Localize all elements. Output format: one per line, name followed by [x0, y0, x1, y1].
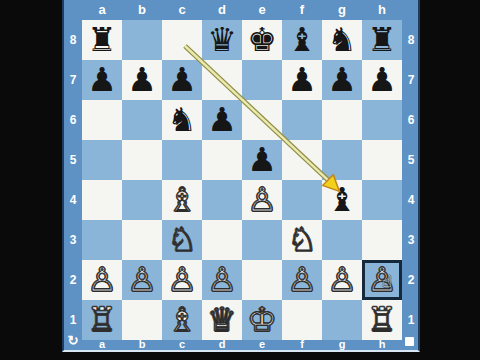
black-pawn: ♟	[282, 60, 322, 100]
square-c8[interactable]	[162, 20, 202, 60]
file-label-e: e	[242, 0, 282, 20]
black-rook: ♜	[362, 20, 402, 60]
white-knight: ♘	[162, 220, 202, 260]
square-c2[interactable]: ♙	[162, 260, 202, 300]
square-g8[interactable]: ♞	[322, 20, 362, 60]
square-d2[interactable]: ♙	[202, 260, 242, 300]
black-bishop: ♝	[322, 180, 362, 220]
square-b6[interactable]	[122, 100, 162, 140]
black-queen: ♛	[202, 20, 242, 60]
square-e1[interactable]: ♔	[242, 300, 282, 340]
square-d8[interactable]: ♛	[202, 20, 242, 60]
square-c5[interactable]	[162, 140, 202, 180]
white-bishop: ♗	[162, 300, 202, 340]
square-h4[interactable]	[362, 180, 402, 220]
white-queen: ♕	[202, 300, 242, 340]
square-c6[interactable]: ♞	[162, 100, 202, 140]
square-e6[interactable]	[242, 100, 282, 140]
file-label-f: f	[282, 0, 322, 20]
white-rook: ♖	[362, 300, 402, 340]
black-pawn: ♟	[322, 60, 362, 100]
square-g5[interactable]	[322, 140, 362, 180]
rank-label-3: 3	[64, 220, 82, 260]
square-g4[interactable]: ♝	[322, 180, 362, 220]
square-f3[interactable]: ♘	[282, 220, 322, 260]
white-pawn: ♙	[282, 260, 322, 300]
square-c4[interactable]: ♗	[162, 180, 202, 220]
white-bishop: ♗	[162, 180, 202, 220]
rank-label-2: 2	[64, 260, 82, 300]
square-c3[interactable]: ♘	[162, 220, 202, 260]
rank-label-4: 4	[64, 180, 82, 220]
white-knight: ♘	[282, 220, 322, 260]
square-g3[interactable]	[322, 220, 362, 260]
square-e3[interactable]	[242, 220, 282, 260]
square-f1[interactable]	[282, 300, 322, 340]
square-d3[interactable]	[202, 220, 242, 260]
square-f7[interactable]: ♟	[282, 60, 322, 100]
white-rook: ♖	[82, 300, 122, 340]
white-pawn: ♙	[162, 260, 202, 300]
square-a4[interactable]	[82, 180, 122, 220]
black-pawn: ♟	[162, 60, 202, 100]
square-f5[interactable]	[282, 140, 322, 180]
square-g1[interactable]	[322, 300, 362, 340]
square-a8[interactable]: ♜	[82, 20, 122, 60]
rank-label-6: 6	[402, 100, 420, 140]
black-knight: ♞	[322, 20, 362, 60]
rank-label-3: 3	[402, 220, 420, 260]
rank-label-2: 2	[402, 260, 420, 300]
square-e4[interactable]: ♙	[242, 180, 282, 220]
black-pawn: ♟	[242, 140, 282, 180]
black-pawn: ♟	[202, 100, 242, 140]
square-d4[interactable]	[202, 180, 242, 220]
white-pawn: ♙	[242, 180, 282, 220]
rank-label-7: 7	[402, 60, 420, 100]
flip-board-icon[interactable]: ↻	[64, 334, 82, 348]
square-h1[interactable]: ♖	[362, 300, 402, 340]
square-e2[interactable]	[242, 260, 282, 300]
white-pawn: ♙	[202, 260, 242, 300]
rank-label-7: 7	[64, 60, 82, 100]
black-pawn: ♟	[122, 60, 162, 100]
square-d6[interactable]: ♟	[202, 100, 242, 140]
square-f2[interactable]: ♙	[282, 260, 322, 300]
rank-label-8: 8	[64, 20, 82, 60]
square-b1[interactable]	[122, 300, 162, 340]
white-pawn: ♙	[322, 260, 362, 300]
rank-label-6: 6	[64, 100, 82, 140]
square-h2[interactable]: ♙☝	[362, 260, 402, 300]
rank-label-5: 5	[64, 140, 82, 180]
file-label-b: b	[122, 0, 162, 20]
chess-board[interactable]: ♜♛♚♝♞♜♟♟♟♟♟♟♞♟♟♗♙♝♘♘♙♙♙♙♙♙♙☝♖♗♕♔♖	[82, 20, 402, 340]
square-h6[interactable]	[362, 100, 402, 140]
rank-label-4: 4	[402, 180, 420, 220]
square-d7[interactable]	[202, 60, 242, 100]
square-b4[interactable]	[122, 180, 162, 220]
black-knight: ♞	[162, 100, 202, 140]
square-a5[interactable]	[82, 140, 122, 180]
square-g2[interactable]: ♙	[322, 260, 362, 300]
file-label-d: d	[202, 0, 242, 20]
square-e5[interactable]: ♟	[242, 140, 282, 180]
black-pawn: ♟	[362, 60, 402, 100]
rank-label-8: 8	[402, 20, 420, 60]
square-a2[interactable]: ♙	[82, 260, 122, 300]
black-pawn: ♟	[82, 60, 122, 100]
square-a1[interactable]: ♖	[82, 300, 122, 340]
square-e7[interactable]	[242, 60, 282, 100]
square-b3[interactable]	[122, 220, 162, 260]
square-b8[interactable]	[122, 20, 162, 60]
square-h7[interactable]: ♟	[362, 60, 402, 100]
white-king: ♔	[242, 300, 282, 340]
rank-label-5: 5	[402, 140, 420, 180]
chess-board-frame: abcdefgh 87654321 87654321 abcdefgh ♜♛♚♝…	[62, 0, 420, 352]
square-h8[interactable]: ♜	[362, 20, 402, 60]
video-frame: abcdefgh 87654321 87654321 abcdefgh ♜♛♚♝…	[0, 0, 480, 360]
square-a3[interactable]	[82, 220, 122, 260]
square-f6[interactable]	[282, 100, 322, 140]
square-a6[interactable]	[82, 100, 122, 140]
black-king: ♚	[242, 20, 282, 60]
square-h5[interactable]	[362, 140, 402, 180]
rank-label-1: 1	[402, 300, 420, 340]
square-h3[interactable]	[362, 220, 402, 260]
square-g6[interactable]	[322, 100, 362, 140]
file-label-h: h	[362, 0, 402, 20]
file-label-a: a	[82, 0, 122, 20]
square-e8[interactable]: ♚	[242, 20, 282, 60]
square-g7[interactable]: ♟	[322, 60, 362, 100]
square-b7[interactable]: ♟	[122, 60, 162, 100]
black-bishop: ♝	[282, 20, 322, 60]
square-f8[interactable]: ♝	[282, 20, 322, 60]
square-c1[interactable]: ♗	[162, 300, 202, 340]
file-label-c: c	[162, 0, 202, 20]
fullscreen-icon[interactable]	[405, 337, 414, 346]
white-pawn: ♙	[122, 260, 162, 300]
square-b2[interactable]: ♙	[122, 260, 162, 300]
white-pawn: ♙	[82, 260, 122, 300]
square-b5[interactable]	[122, 140, 162, 180]
square-c7[interactable]: ♟	[162, 60, 202, 100]
square-a7[interactable]: ♟	[82, 60, 122, 100]
file-label-g: g	[322, 0, 362, 20]
black-rook: ♜	[82, 20, 122, 60]
hand-cursor-icon: ☝	[375, 270, 399, 294]
square-f4[interactable]	[282, 180, 322, 220]
square-d5[interactable]	[202, 140, 242, 180]
square-d1[interactable]: ♕	[202, 300, 242, 340]
